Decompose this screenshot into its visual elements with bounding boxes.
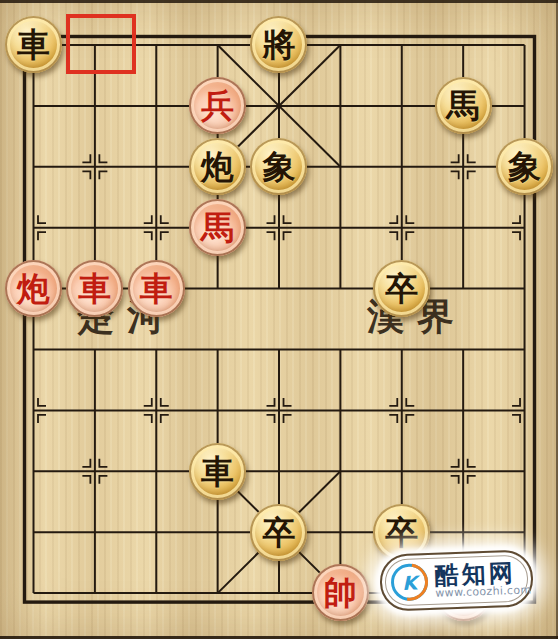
piece-black-general[interactable]: 將 xyxy=(250,16,307,73)
piece-black-chariot[interactable]: 車 xyxy=(5,16,62,73)
piece-black-elephant[interactable]: 象 xyxy=(496,138,553,195)
logo-letter: K xyxy=(402,571,417,594)
piece-red-horse[interactable]: 馬 xyxy=(189,199,246,256)
piece-red-soldier[interactable]: 兵 xyxy=(189,77,246,134)
coozhi-logo-icon: K xyxy=(390,563,428,601)
piece-black-soldier[interactable]: 卒 xyxy=(250,504,307,561)
piece-red-cannon[interactable]: 炮 xyxy=(5,260,62,317)
piece-red-general[interactable]: 帥 xyxy=(312,564,369,621)
piece-red-chariot[interactable]: 車 xyxy=(128,260,185,317)
piece-red-chariot[interactable]: 車 xyxy=(66,260,123,317)
pieces-layer: 車將兵馬炮象象馬炮車車卒車卒卒帥 xyxy=(3,15,555,624)
piece-black-soldier[interactable]: 卒 xyxy=(373,260,430,317)
piece-black-horse[interactable]: 馬 xyxy=(435,77,492,134)
piece-black-cannon[interactable]: 炮 xyxy=(189,138,246,195)
watermark-badge: K 酷知网 www.coozhi.com xyxy=(379,549,534,611)
piece-black-elephant[interactable]: 象 xyxy=(250,138,307,195)
watermark-url-text: www.coozhi.com xyxy=(435,585,531,600)
xiangqi-board-screenshot: 楚河 漢界 車將兵馬炮象象馬炮車車卒車卒卒帥 K 酷知网 www.coozhi.… xyxy=(0,0,558,639)
piece-black-chariot[interactable]: 車 xyxy=(189,443,246,500)
piece-black-soldier[interactable]: 卒 xyxy=(373,504,430,561)
